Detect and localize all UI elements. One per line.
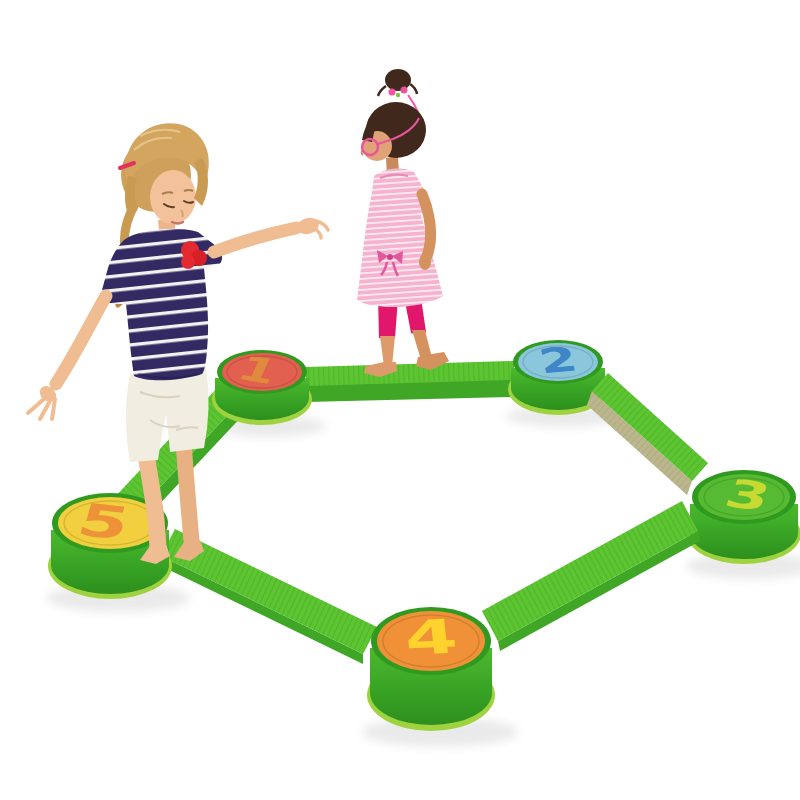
stone-1: 1 xyxy=(212,348,312,425)
beam-2-3 xyxy=(587,373,708,495)
stone-4-number: 4 xyxy=(402,609,461,666)
toddler-calf-near xyxy=(380,336,395,366)
toddler-hair-tie-2 xyxy=(401,87,408,94)
child-older-girl xyxy=(28,123,328,564)
balance-course-scene: 1 2 3 xyxy=(0,0,800,800)
toddler-hair-bun xyxy=(385,69,411,91)
beam-3-4-ridges xyxy=(482,501,698,641)
toddler-hair-bead xyxy=(396,93,400,97)
beam-1-2 xyxy=(306,361,514,402)
stone-4: 4 xyxy=(367,607,495,731)
girl-fingers-right xyxy=(28,399,55,419)
toddler-hair-tie xyxy=(389,89,396,96)
stone-3: 3 xyxy=(687,470,800,564)
girl-leg-far xyxy=(184,448,192,548)
toddler-hand xyxy=(419,254,431,270)
child-toddler xyxy=(357,69,449,377)
toddler-dress-bow-knot xyxy=(387,254,393,260)
beam-3-4 xyxy=(482,501,700,651)
girl-arm-left xyxy=(214,228,296,252)
girl-arm-right xyxy=(56,296,106,384)
girl-face xyxy=(150,170,196,224)
beam-2-3-ridges xyxy=(592,373,708,481)
product-photo: 1 2 3 xyxy=(0,0,800,800)
